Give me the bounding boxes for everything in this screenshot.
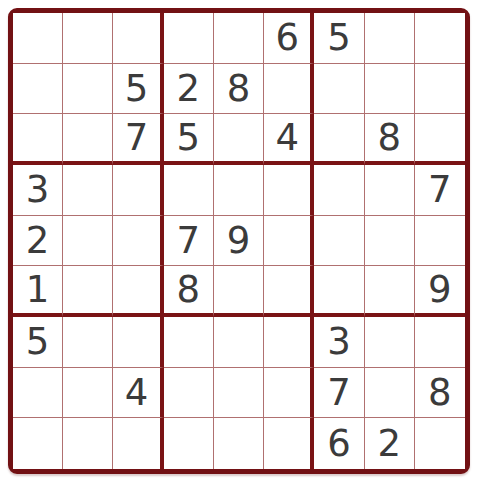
sudoku-cell-given: 9 xyxy=(214,216,264,267)
sudoku-cell-empty[interactable] xyxy=(113,216,163,267)
sudoku-cell-given: 4 xyxy=(113,368,163,419)
sudoku-cell-empty[interactable] xyxy=(314,64,364,115)
sudoku-page: 655287548372791895347862 xyxy=(0,0,477,480)
sudoku-cell-given: 7 xyxy=(164,216,214,267)
sudoku-cell-empty[interactable] xyxy=(415,64,465,115)
sudoku-cell-empty[interactable] xyxy=(63,64,113,115)
sudoku-cell-empty[interactable] xyxy=(415,114,465,165)
sudoku-cell-empty[interactable] xyxy=(63,418,113,469)
sudoku-cell-empty[interactable] xyxy=(365,368,415,419)
sudoku-cell-given: 2 xyxy=(365,418,415,469)
sudoku-cell-empty[interactable] xyxy=(63,13,113,64)
sudoku-cell-empty[interactable] xyxy=(214,13,264,64)
sudoku-cell-empty[interactable] xyxy=(63,165,113,216)
sudoku-cell-empty[interactable] xyxy=(264,266,314,317)
sudoku-cell-given: 7 xyxy=(113,114,163,165)
sudoku-cell-empty[interactable] xyxy=(365,13,415,64)
sudoku-cell-given: 7 xyxy=(314,368,364,419)
sudoku-cell-empty[interactable] xyxy=(113,266,163,317)
sudoku-cell-given: 4 xyxy=(264,114,314,165)
sudoku-cell-empty[interactable] xyxy=(415,216,465,267)
sudoku-cell-given: 8 xyxy=(365,114,415,165)
sudoku-cell-given: 1 xyxy=(13,266,63,317)
sudoku-cell-given: 3 xyxy=(13,165,63,216)
sudoku-cell-empty[interactable] xyxy=(113,165,163,216)
sudoku-cell-empty[interactable] xyxy=(314,266,364,317)
sudoku-cell-empty[interactable] xyxy=(214,368,264,419)
sudoku-cell-empty[interactable] xyxy=(264,64,314,115)
sudoku-cell-given: 5 xyxy=(13,317,63,368)
sudoku-cell-given: 8 xyxy=(164,266,214,317)
sudoku-cell-given: 7 xyxy=(415,165,465,216)
sudoku-cell-empty[interactable] xyxy=(264,368,314,419)
sudoku-cell-given: 9 xyxy=(415,266,465,317)
sudoku-cell-empty[interactable] xyxy=(365,266,415,317)
sudoku-cell-empty[interactable] xyxy=(164,418,214,469)
sudoku-cell-empty[interactable] xyxy=(415,418,465,469)
sudoku-cell-empty[interactable] xyxy=(164,165,214,216)
sudoku-cell-empty[interactable] xyxy=(13,114,63,165)
sudoku-cell-empty[interactable] xyxy=(415,13,465,64)
sudoku-cell-empty[interactable] xyxy=(365,216,415,267)
sudoku-cell-empty[interactable] xyxy=(63,317,113,368)
sudoku-cell-empty[interactable] xyxy=(113,418,163,469)
sudoku-cell-empty[interactable] xyxy=(113,317,163,368)
sudoku-cell-empty[interactable] xyxy=(63,368,113,419)
sudoku-cell-empty[interactable] xyxy=(365,165,415,216)
sudoku-cell-given: 6 xyxy=(314,418,364,469)
sudoku-cell-empty[interactable] xyxy=(214,114,264,165)
sudoku-cell-empty[interactable] xyxy=(214,418,264,469)
sudoku-cell-empty[interactable] xyxy=(63,266,113,317)
sudoku-cell-empty[interactable] xyxy=(113,13,163,64)
sudoku-cell-empty[interactable] xyxy=(264,317,314,368)
sudoku-cell-given: 2 xyxy=(13,216,63,267)
sudoku-cell-empty[interactable] xyxy=(415,317,465,368)
sudoku-cell-empty[interactable] xyxy=(264,418,314,469)
sudoku-cell-given: 6 xyxy=(264,13,314,64)
sudoku-cell-empty[interactable] xyxy=(264,165,314,216)
sudoku-cell-empty[interactable] xyxy=(13,368,63,419)
sudoku-cell-empty[interactable] xyxy=(63,216,113,267)
sudoku-board: 655287548372791895347862 xyxy=(8,8,470,474)
sudoku-cell-empty[interactable] xyxy=(13,418,63,469)
sudoku-cell-empty[interactable] xyxy=(314,114,364,165)
sudoku-cell-empty[interactable] xyxy=(314,165,364,216)
sudoku-cell-empty[interactable] xyxy=(365,64,415,115)
sudoku-cell-empty[interactable] xyxy=(13,13,63,64)
sudoku-cell-empty[interactable] xyxy=(214,266,264,317)
sudoku-cell-empty[interactable] xyxy=(214,317,264,368)
sudoku-cell-given: 5 xyxy=(113,64,163,115)
sudoku-cell-given: 8 xyxy=(415,368,465,419)
sudoku-cell-given: 3 xyxy=(314,317,364,368)
sudoku-cell-empty[interactable] xyxy=(264,216,314,267)
sudoku-cell-given: 2 xyxy=(164,64,214,115)
sudoku-cell-empty[interactable] xyxy=(365,317,415,368)
sudoku-cell-given: 5 xyxy=(314,13,364,64)
sudoku-cell-empty[interactable] xyxy=(13,64,63,115)
sudoku-cell-empty[interactable] xyxy=(164,368,214,419)
sudoku-cell-empty[interactable] xyxy=(63,114,113,165)
sudoku-cell-empty[interactable] xyxy=(164,13,214,64)
sudoku-cell-empty[interactable] xyxy=(164,317,214,368)
sudoku-cell-given: 8 xyxy=(214,64,264,115)
sudoku-cell-given: 5 xyxy=(164,114,214,165)
sudoku-cell-empty[interactable] xyxy=(214,165,264,216)
sudoku-cell-empty[interactable] xyxy=(314,216,364,267)
